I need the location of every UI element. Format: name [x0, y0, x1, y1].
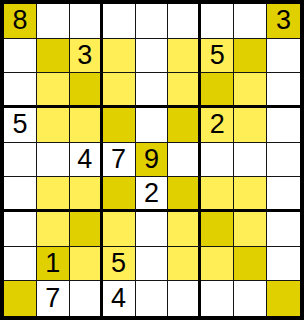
cell-r4c4[interactable]	[103, 108, 136, 143]
cell-r2c4[interactable]	[103, 39, 136, 74]
cell-r5c8[interactable]	[234, 143, 267, 178]
cell-r2c2[interactable]	[37, 39, 70, 74]
cell-r5c1[interactable]	[4, 143, 37, 178]
cell-r5c6[interactable]	[168, 143, 201, 178]
cell-r7c7[interactable]	[201, 212, 234, 247]
cell-r1c6[interactable]	[168, 4, 201, 39]
cell-r6c7[interactable]	[201, 177, 234, 212]
cell-r6c1[interactable]	[4, 177, 37, 212]
cell-r7c3[interactable]	[70, 212, 103, 247]
cell-r3c7[interactable]	[201, 73, 234, 108]
cell-r7c9[interactable]	[267, 212, 300, 247]
cell-r7c8[interactable]	[234, 212, 267, 247]
cell-r3c4[interactable]	[103, 73, 136, 108]
cell-r4c3[interactable]	[70, 108, 103, 143]
cell-r8c5[interactable]	[136, 247, 169, 282]
cell-r8c3[interactable]	[70, 247, 103, 282]
cell-r9c7[interactable]	[201, 281, 234, 316]
cell-r3c3[interactable]	[70, 73, 103, 108]
cell-r9c9[interactable]	[267, 281, 300, 316]
cell-r6c6[interactable]	[168, 177, 201, 212]
cell-r3c6[interactable]	[168, 73, 201, 108]
cell-r8c4[interactable]: 5	[103, 247, 136, 282]
cell-r9c5[interactable]	[136, 281, 169, 316]
cell-r5c2[interactable]	[37, 143, 70, 178]
cell-r3c2[interactable]	[37, 73, 70, 108]
cell-r4c2[interactable]	[37, 108, 70, 143]
cell-r5c4[interactable]: 7	[103, 143, 136, 178]
cell-r9c8[interactable]	[234, 281, 267, 316]
cell-r5c3[interactable]: 4	[70, 143, 103, 178]
cell-r9c6[interactable]	[168, 281, 201, 316]
cell-r6c9[interactable]	[267, 177, 300, 212]
cell-r4c5[interactable]	[136, 108, 169, 143]
cell-r4c7[interactable]: 2	[201, 108, 234, 143]
cell-r7c1[interactable]	[4, 212, 37, 247]
cell-r9c4[interactable]: 4	[103, 281, 136, 316]
cell-r5c5[interactable]: 9	[136, 143, 169, 178]
cell-r6c5[interactable]: 2	[136, 177, 169, 212]
cell-r4c6[interactable]	[168, 108, 201, 143]
cell-r3c8[interactable]	[234, 73, 267, 108]
cell-r2c5[interactable]	[136, 39, 169, 74]
sudoku-board: 83355247921574	[0, 0, 304, 320]
cell-r4c8[interactable]	[234, 108, 267, 143]
cell-r1c3[interactable]	[70, 4, 103, 39]
cell-r4c1[interactable]: 5	[4, 108, 37, 143]
cell-r1c8[interactable]	[234, 4, 267, 39]
cell-r7c2[interactable]	[37, 212, 70, 247]
cell-r1c9[interactable]: 3	[267, 4, 300, 39]
cell-r2c7[interactable]: 5	[201, 39, 234, 74]
cell-r6c3[interactable]	[70, 177, 103, 212]
cell-r1c2[interactable]	[37, 4, 70, 39]
cell-r2c6[interactable]	[168, 39, 201, 74]
cell-r3c5[interactable]	[136, 73, 169, 108]
cell-r7c5[interactable]	[136, 212, 169, 247]
cell-r1c7[interactable]	[201, 4, 234, 39]
cell-r2c9[interactable]	[267, 39, 300, 74]
cell-r1c4[interactable]	[103, 4, 136, 39]
cell-r8c9[interactable]	[267, 247, 300, 282]
cell-r3c9[interactable]	[267, 73, 300, 108]
cell-r9c1[interactable]	[4, 281, 37, 316]
cell-r4c9[interactable]	[267, 108, 300, 143]
cell-r8c2[interactable]: 1	[37, 247, 70, 282]
cell-r8c1[interactable]	[4, 247, 37, 282]
cell-r2c3[interactable]: 3	[70, 39, 103, 74]
cell-r8c7[interactable]	[201, 247, 234, 282]
cell-r8c8[interactable]	[234, 247, 267, 282]
cell-r7c4[interactable]	[103, 212, 136, 247]
cell-r6c4[interactable]	[103, 177, 136, 212]
cell-r1c1[interactable]: 8	[4, 4, 37, 39]
cell-r3c1[interactable]	[4, 73, 37, 108]
cell-r5c9[interactable]	[267, 143, 300, 178]
cell-r5c7[interactable]	[201, 143, 234, 178]
cell-r9c2[interactable]: 7	[37, 281, 70, 316]
cell-r2c1[interactable]	[4, 39, 37, 74]
cell-r2c8[interactable]	[234, 39, 267, 74]
cell-r6c8[interactable]	[234, 177, 267, 212]
cell-r1c5[interactable]	[136, 4, 169, 39]
cell-r8c6[interactable]	[168, 247, 201, 282]
cell-r9c3[interactable]	[70, 281, 103, 316]
cell-r7c6[interactable]	[168, 212, 201, 247]
cell-r6c2[interactable]	[37, 177, 70, 212]
